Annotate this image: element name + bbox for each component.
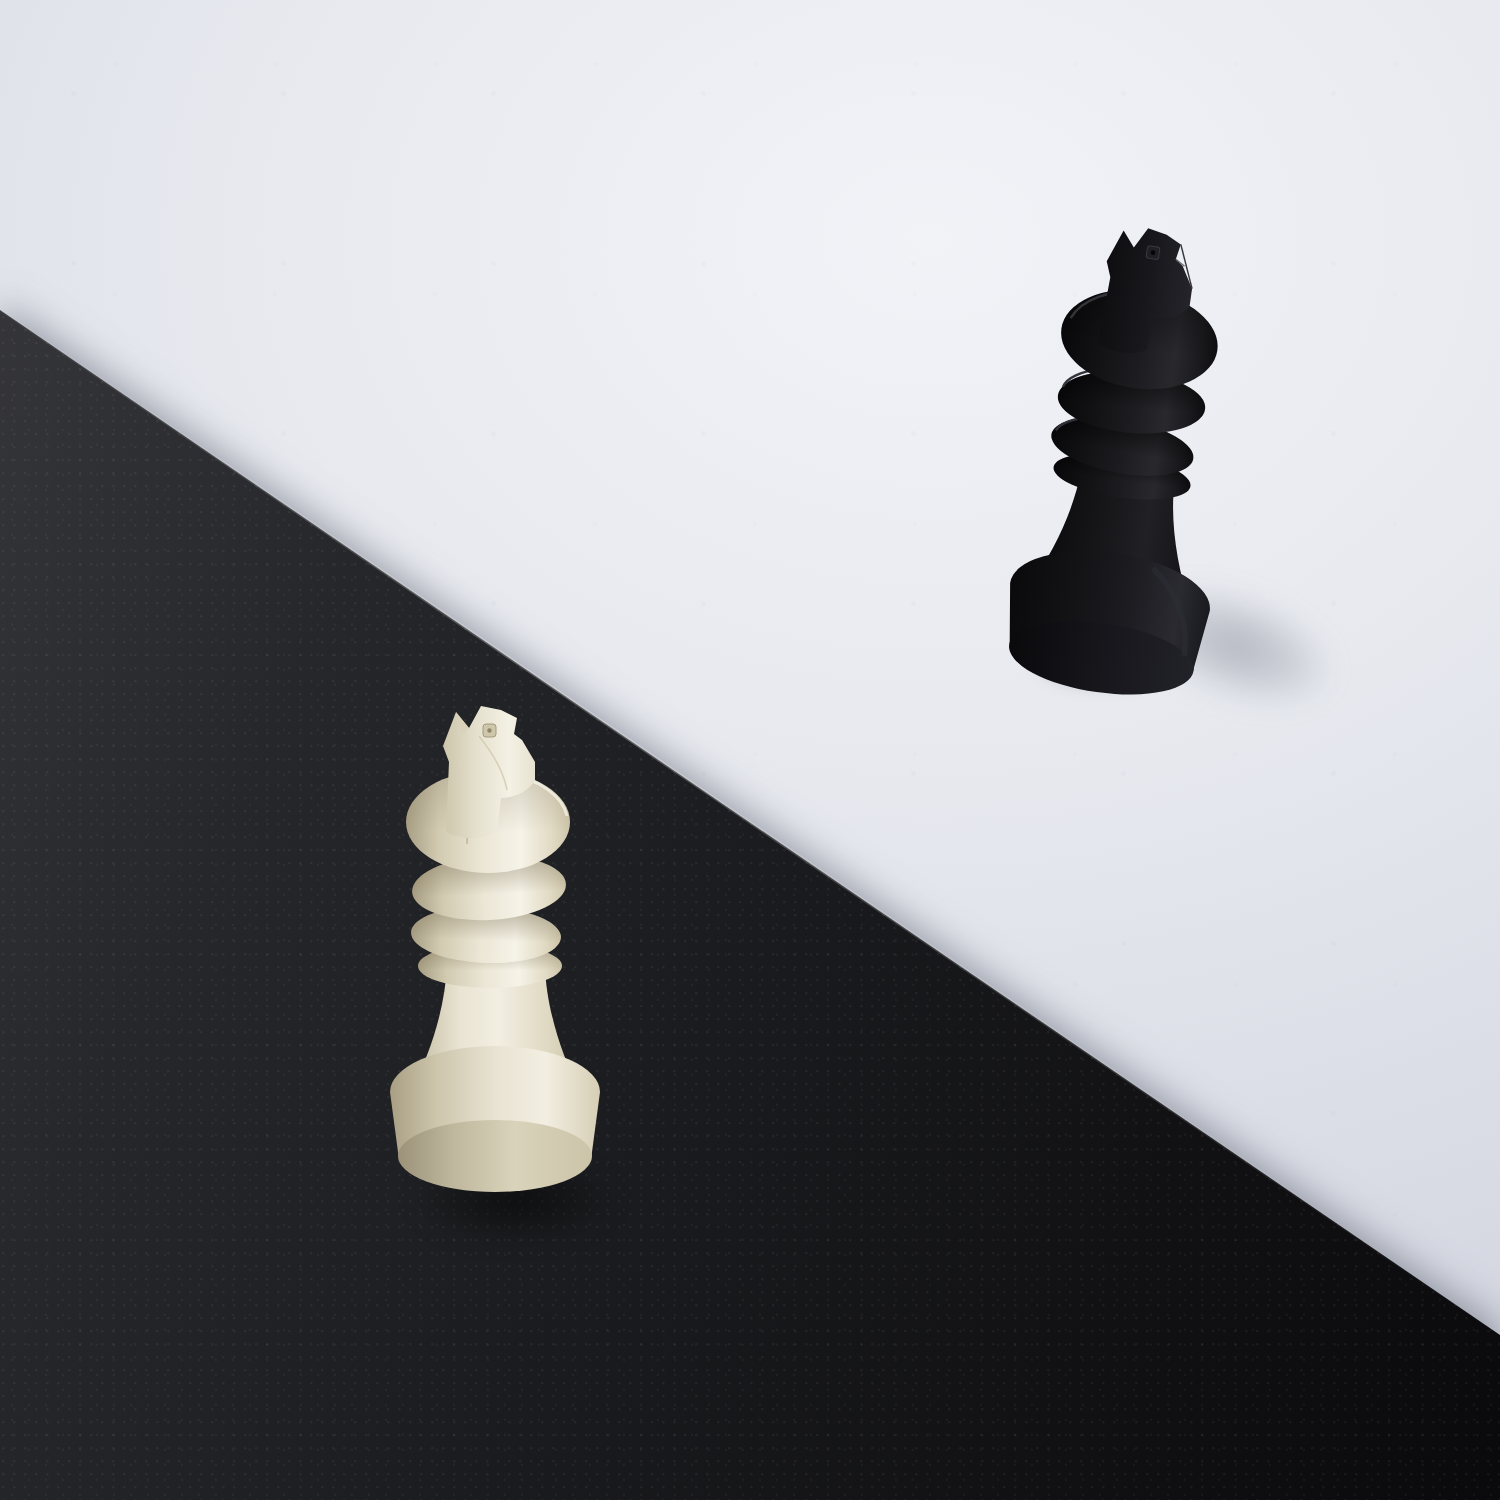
knight-base bbox=[390, 1046, 600, 1192]
black-knight-piece bbox=[986, 206, 1226, 688]
paper-edge-shadow bbox=[0, 0, 1500, 1500]
white-knight-piece bbox=[383, 700, 605, 1202]
scene-photo bbox=[0, 0, 1500, 1500]
knight-base bbox=[997, 539, 1216, 706]
knight-base-foot bbox=[398, 1120, 592, 1192]
black-paper-background bbox=[0, 0, 1500, 1500]
